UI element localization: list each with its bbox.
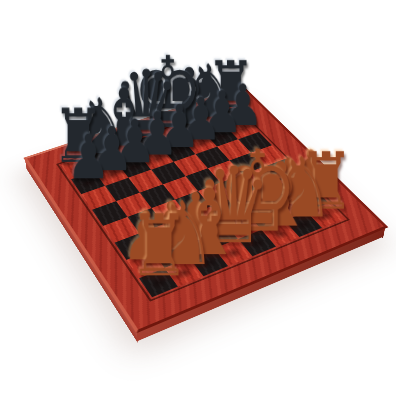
chess-board: ♜♞♝♛♚♝♞♜♟♟♟♟♟♟♟♟♟♟♟♟♟♟♟♟♜♞♝♛♚♝♞♜ [23,86,388,333]
red-rook-a1: ♜ [129,204,190,289]
square-a1: ♜ [139,268,178,297]
chess-set-photo: ♜♞♝♛♚♝♞♜♟♟♟♟♟♟♟♟♟♟♟♟♟♟♟♟♜♞♝♛♚♝♞♜ [0,0,396,396]
square-a7: ♟ [71,171,105,194]
black-pawn-a7: ♟ [67,127,111,188]
